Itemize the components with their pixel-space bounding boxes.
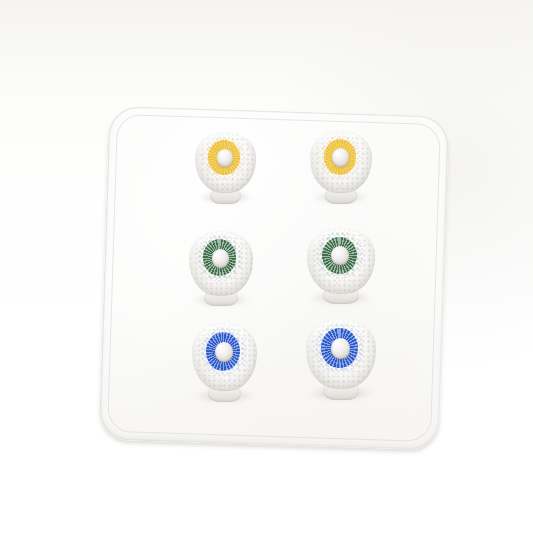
ear-tip-top-left-yellow (195, 132, 256, 205)
ear-tip-middle-left-green (189, 231, 253, 308)
product-photo-canvas (0, 0, 533, 533)
tip-nozzle-ball (217, 149, 233, 167)
tray-inner-edge (107, 114, 441, 442)
tip-nozzle-ball (331, 338, 350, 359)
ear-tip-bottom-left-blue (192, 323, 257, 404)
ear-tip-bottom-right-blue (306, 319, 376, 402)
ear-tip-top-right-yellow (310, 131, 372, 205)
ear-tip-tray (99, 106, 449, 451)
tip-nozzle-ball (215, 342, 233, 362)
tip-nozzle-ball (332, 148, 349, 167)
ear-tip-middle-right-green (307, 228, 375, 306)
tip-nozzle-ball (212, 249, 229, 268)
